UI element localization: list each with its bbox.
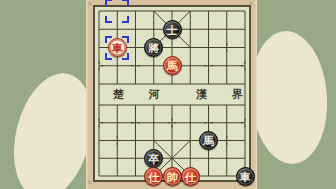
piece-black-馬[interactable]: 馬: [199, 131, 218, 150]
frame-scratch-mark: ✕: [248, 1, 254, 8]
marker-corner: [122, 0, 129, 6]
piece-red-仕[interactable]: 仕: [144, 167, 163, 186]
marker-corner: [122, 16, 129, 23]
frame-scratch-mark: ✕: [87, 1, 93, 8]
river-label-han: 漢 界: [196, 87, 254, 101]
piece-black-車[interactable]: 車: [236, 167, 255, 186]
piece-black-卒[interactable]: 卒: [144, 149, 163, 168]
app-window: ✕ ✕ ✕ ✕ 楚 河 漢 界 車士將馬馬卒仕帥仕車: [0, 0, 336, 189]
piece-red-車[interactable]: 車: [108, 38, 127, 57]
piece-black-士[interactable]: 士: [163, 20, 182, 39]
move-origin-marker: [105, 0, 129, 23]
river-label-chu: 楚 河: [113, 87, 171, 101]
frame-scratch-mark: ✕: [87, 180, 93, 187]
marker-corner: [105, 0, 112, 6]
piece-red-仕[interactable]: 仕: [181, 167, 200, 186]
piece-red-帥[interactable]: 帥: [163, 167, 182, 186]
background-oval-right: [246, 29, 331, 167]
marker-corner: [105, 16, 112, 23]
piece-red-馬[interactable]: 馬: [163, 56, 182, 75]
xiangqi-board: ✕ ✕ ✕ ✕ 楚 河 漢 界 車士將馬馬卒仕帥仕車: [86, 0, 257, 189]
